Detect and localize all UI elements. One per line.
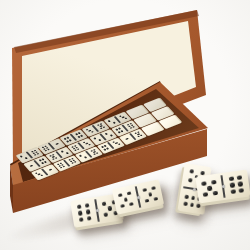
pip	[196, 204, 201, 209]
spinner-pin	[193, 187, 196, 190]
pip	[184, 194, 189, 199]
pip	[118, 143, 121, 145]
pip	[78, 211, 83, 216]
pip	[91, 131, 94, 133]
pip	[129, 202, 134, 207]
pip	[125, 138, 128, 140]
pip	[106, 147, 109, 149]
pip	[74, 161, 77, 163]
pip	[69, 139, 72, 141]
pip	[151, 186, 156, 191]
pip	[76, 148, 79, 150]
pip	[127, 191, 132, 196]
pip	[120, 204, 125, 209]
pip	[124, 117, 127, 119]
pip	[238, 182, 243, 187]
pip	[183, 202, 188, 207]
pip	[120, 130, 123, 132]
pip	[211, 179, 216, 184]
pip	[102, 126, 105, 128]
pip	[55, 143, 58, 145]
pip	[61, 150, 64, 152]
loose-domino-5-6	[195, 170, 250, 204]
pip	[107, 206, 112, 211]
pip	[239, 188, 244, 193]
pip	[41, 158, 44, 160]
dominoes-case-photo	[0, 0, 250, 250]
pip	[103, 145, 106, 147]
pip	[79, 217, 84, 222]
pip	[142, 188, 147, 193]
pip	[98, 139, 101, 141]
pip	[19, 155, 22, 157]
pip	[213, 191, 218, 196]
spinner-pin	[95, 209, 98, 212]
pip	[62, 166, 65, 168]
pip	[66, 137, 69, 139]
pip	[201, 181, 206, 186]
pip	[229, 176, 234, 181]
pip	[77, 204, 82, 209]
spinner-pin	[136, 195, 140, 199]
spinner-pin	[221, 185, 224, 188]
pip	[102, 201, 107, 206]
pip	[188, 178, 193, 183]
pip	[96, 152, 99, 154]
pip	[84, 156, 87, 158]
pip	[231, 189, 236, 194]
pip	[79, 155, 82, 157]
pip	[148, 192, 153, 197]
pip	[153, 196, 158, 201]
pip	[237, 175, 242, 180]
pip	[145, 198, 150, 203]
pip	[118, 193, 123, 198]
pip	[40, 174, 43, 176]
pip	[189, 169, 194, 174]
pip	[230, 183, 235, 188]
pip	[54, 157, 57, 159]
pip	[132, 126, 135, 128]
pip	[85, 203, 90, 208]
pip	[110, 134, 113, 136]
pip	[49, 169, 52, 171]
pip	[78, 132, 81, 134]
pip	[80, 135, 83, 137]
pip	[140, 134, 143, 136]
pip	[105, 133, 108, 135]
pip	[36, 153, 39, 155]
pip	[47, 149, 50, 151]
pip	[25, 157, 28, 159]
pip	[107, 120, 110, 122]
pip	[191, 195, 196, 200]
pip	[118, 127, 121, 129]
pip	[87, 216, 92, 221]
pip	[113, 122, 116, 124]
pip	[93, 137, 96, 139]
pip	[104, 212, 109, 217]
pip	[66, 152, 69, 154]
pip	[203, 192, 208, 197]
pip	[190, 203, 195, 208]
pip	[123, 197, 128, 202]
pip	[44, 161, 47, 163]
pip	[88, 143, 91, 145]
pip	[207, 186, 212, 191]
pip	[30, 165, 33, 167]
pip	[86, 209, 91, 214]
